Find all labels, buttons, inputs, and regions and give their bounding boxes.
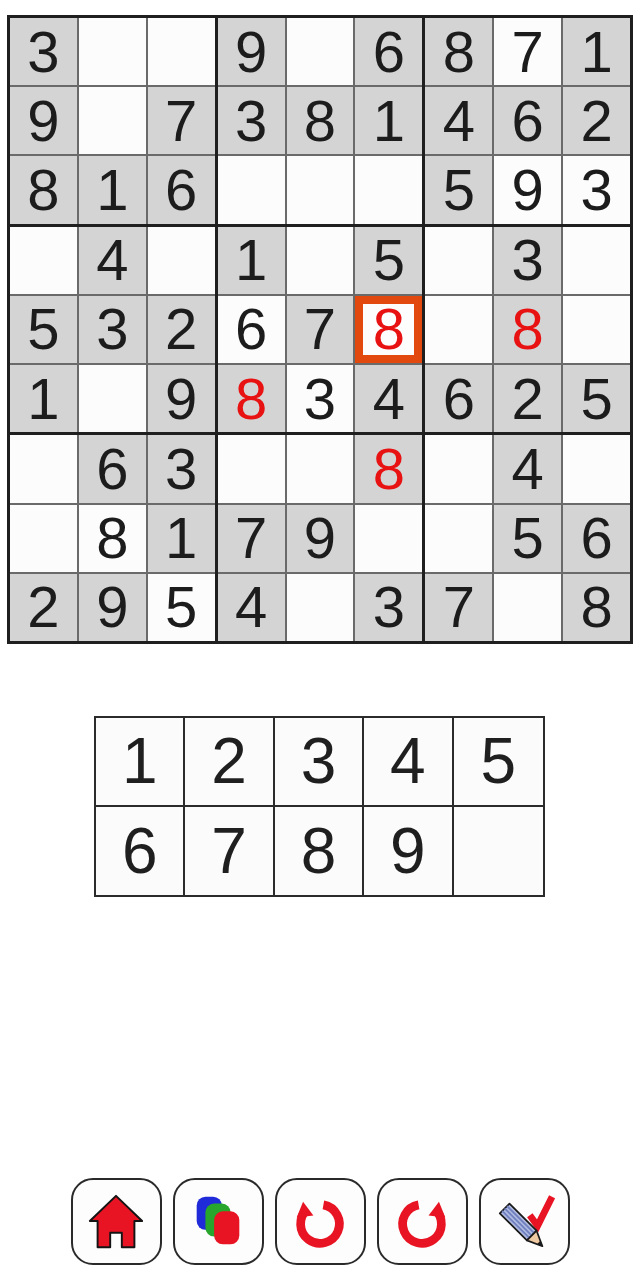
cell-r1c6[interactable]: 6 (355, 18, 422, 85)
cell-r9c6[interactable]: 3 (355, 574, 422, 641)
cell-r6c6[interactable]: 4 (355, 365, 422, 432)
cell-r5c2[interactable]: 3 (79, 296, 146, 363)
cell-r1c8[interactable]: 7 (494, 18, 561, 85)
cell-r1c7[interactable]: 8 (425, 18, 492, 85)
cell-r8c3[interactable]: 1 (148, 505, 215, 572)
home-icon (85, 1191, 147, 1253)
pad-key-2[interactable]: 2 (185, 718, 274, 807)
cell-r1c9[interactable]: 1 (563, 18, 630, 85)
sudoku-board: 3978169638187146259345321915678834386256… (7, 15, 633, 644)
cell-r1c2[interactable] (79, 18, 146, 85)
cell-r7c9[interactable] (563, 435, 630, 502)
pad-key-5[interactable]: 5 (454, 718, 543, 807)
cell-r9c4[interactable]: 4 (218, 574, 285, 641)
cell-r9c7[interactable]: 7 (425, 574, 492, 641)
cell-r3c6[interactable] (355, 156, 422, 223)
cell-r8c6[interactable] (355, 505, 422, 572)
box-7: 6381295 (10, 435, 215, 641)
cell-r4c8[interactable]: 3 (494, 227, 561, 294)
cell-r7c7[interactable] (425, 435, 492, 502)
cell-r6c3[interactable]: 9 (148, 365, 215, 432)
cell-r8c2[interactable]: 8 (79, 505, 146, 572)
pad-key-blank[interactable] (454, 807, 543, 896)
pad-key-7[interactable]: 7 (185, 807, 274, 896)
cell-r7c6[interactable]: 8 (355, 435, 422, 502)
box-4: 453219 (10, 227, 215, 433)
pad-key-8[interactable]: 8 (275, 807, 364, 896)
cell-r5c7[interactable] (425, 296, 492, 363)
theme-button[interactable] (173, 1178, 264, 1265)
cell-r6c2[interactable] (79, 365, 146, 432)
cell-r7c4[interactable] (218, 435, 285, 502)
cell-r2c6[interactable]: 1 (355, 87, 422, 154)
cell-r3c7[interactable]: 5 (425, 156, 492, 223)
box-5: 15678834 (218, 227, 423, 433)
cell-r4c4[interactable]: 1 (218, 227, 285, 294)
cell-r3c3[interactable]: 6 (148, 156, 215, 223)
cell-r2c4[interactable]: 3 (218, 87, 285, 154)
cell-r6c7[interactable]: 6 (425, 365, 492, 432)
cell-r5c8[interactable]: 8 (494, 296, 561, 363)
undo-icon (289, 1191, 351, 1253)
cell-r1c5[interactable] (287, 18, 354, 85)
cell-r9c3[interactable]: 5 (148, 574, 215, 641)
cell-r3c2[interactable]: 1 (79, 156, 146, 223)
cell-r5c1[interactable]: 5 (10, 296, 77, 363)
pad-key-3[interactable]: 3 (275, 718, 364, 807)
cell-r9c8[interactable] (494, 574, 561, 641)
cell-r9c2[interactable]: 9 (79, 574, 146, 641)
cell-r4c1[interactable] (10, 227, 77, 294)
cell-r8c7[interactable] (425, 505, 492, 572)
cell-r4c7[interactable] (425, 227, 492, 294)
cell-r6c8[interactable]: 2 (494, 365, 561, 432)
cell-r6c9[interactable]: 5 (563, 365, 630, 432)
cell-r4c6[interactable]: 5 (355, 227, 422, 294)
redo-button[interactable] (377, 1178, 468, 1265)
cell-r3c9[interactable]: 3 (563, 156, 630, 223)
pad-key-6[interactable]: 6 (96, 807, 185, 896)
redo-icon (391, 1191, 453, 1253)
pad-key-9[interactable]: 9 (364, 807, 453, 896)
home-button[interactable] (71, 1178, 162, 1265)
cell-r3c4[interactable] (218, 156, 285, 223)
undo-button[interactable] (275, 1178, 366, 1265)
cell-r8c5[interactable]: 9 (287, 505, 354, 572)
box-9: 45678 (425, 435, 630, 641)
box-8: 87943 (218, 435, 423, 641)
cell-r9c1[interactable]: 2 (10, 574, 77, 641)
cell-r7c8[interactable]: 4 (494, 435, 561, 502)
cell-r2c3[interactable]: 7 (148, 87, 215, 154)
cell-r1c3[interactable] (148, 18, 215, 85)
cell-r8c1[interactable] (10, 505, 77, 572)
cell-r2c8[interactable]: 6 (494, 87, 561, 154)
cell-r2c2[interactable] (79, 87, 146, 154)
cell-r5c4[interactable]: 6 (218, 296, 285, 363)
cell-r7c3[interactable]: 3 (148, 435, 215, 502)
cell-r8c8[interactable]: 5 (494, 505, 561, 572)
cell-r5c6[interactable]: 8 (355, 296, 422, 363)
cell-r9c5[interactable] (287, 574, 354, 641)
cell-r2c7[interactable]: 4 (425, 87, 492, 154)
number-pad: 123456789 (94, 716, 545, 897)
cell-r7c2[interactable]: 6 (79, 435, 146, 502)
pad-key-4[interactable]: 4 (364, 718, 453, 807)
cell-r4c3[interactable] (148, 227, 215, 294)
cell-r9c9[interactable]: 8 (563, 574, 630, 641)
toolbar (0, 1178, 640, 1265)
box-1: 397816 (10, 18, 215, 224)
cell-r4c9[interactable] (563, 227, 630, 294)
cell-r7c5[interactable] (287, 435, 354, 502)
box-2: 96381 (218, 18, 423, 224)
cell-r2c9[interactable]: 2 (563, 87, 630, 154)
cell-r6c5[interactable]: 3 (287, 365, 354, 432)
pad-key-1[interactable]: 1 (96, 718, 185, 807)
cell-r3c8[interactable]: 9 (494, 156, 561, 223)
cell-r1c1[interactable]: 3 (10, 18, 77, 85)
cell-r4c2[interactable]: 4 (79, 227, 146, 294)
cell-r7c1[interactable] (10, 435, 77, 502)
cell-r3c1[interactable]: 8 (10, 156, 77, 223)
box-6: 38625 (425, 227, 630, 433)
box-3: 871462593 (425, 18, 630, 224)
cell-r8c4[interactable]: 7 (218, 505, 285, 572)
cell-r5c9[interactable] (563, 296, 630, 363)
cell-r5c3[interactable]: 2 (148, 296, 215, 363)
pencil-button[interactable] (479, 1178, 570, 1265)
cell-r5c5[interactable]: 7 (287, 296, 354, 363)
pencil-check-icon (493, 1191, 555, 1253)
cell-r6c4[interactable]: 8 (218, 365, 285, 432)
cell-r1c4[interactable]: 9 (218, 18, 285, 85)
cell-r6c1[interactable]: 1 (10, 365, 77, 432)
cell-r2c5[interactable]: 8 (287, 87, 354, 154)
cell-r4c5[interactable] (287, 227, 354, 294)
cell-r2c1[interactable]: 9 (10, 87, 77, 154)
theme-colors-icon (187, 1191, 249, 1253)
cell-r3c5[interactable] (287, 156, 354, 223)
cell-r8c9[interactable]: 6 (563, 505, 630, 572)
